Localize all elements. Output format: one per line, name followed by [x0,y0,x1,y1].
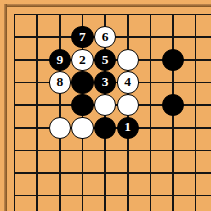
grid-line-horizontal [14,150,211,152]
black-stone-move-5: 5 [94,49,116,71]
white-stone-move-6: 6 [94,26,116,48]
black-stone-move-3: 3 [94,71,116,93]
grid-line-vertical [59,14,61,211]
move-number: 7 [79,30,86,45]
white-stone [49,117,71,139]
move-number: 9 [56,53,63,68]
grid-line-vertical [150,14,152,211]
grid-line-horizontal [14,172,211,174]
move-number: 2 [79,53,86,68]
black-stone [162,94,184,116]
black-stone-move-9: 9 [49,49,71,71]
white-stone [117,94,139,116]
move-number: 5 [102,53,109,68]
move-number: 4 [124,75,131,90]
black-stone-move-1: 1 [117,117,139,139]
go-board: 769258341 [0,0,211,211]
white-stone [117,49,139,71]
move-number: 8 [56,75,63,90]
black-stone [94,117,116,139]
grid-line-vertical [195,14,197,211]
white-stone-move-8: 8 [49,71,71,93]
black-stone [71,71,93,93]
grid-line-vertical [36,14,38,211]
move-number: 6 [102,30,109,45]
board-edge-top [4,4,211,7]
grid-line-horizontal [14,14,211,16]
white-stone-move-2: 2 [71,49,93,71]
board-edge-left [4,4,7,211]
white-stone [94,94,116,116]
black-stone [71,94,93,116]
black-stone [162,49,184,71]
black-stone-move-7: 7 [71,26,93,48]
move-number: 3 [102,75,109,90]
grid-line-vertical [14,14,16,211]
white-stone-move-4: 4 [117,71,139,93]
grid-line-horizontal [14,195,211,197]
white-stone [71,117,93,139]
move-number: 1 [124,120,131,135]
